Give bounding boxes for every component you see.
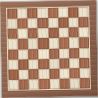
square-e7 [48, 17, 58, 27]
square-b6 [18, 28, 28, 38]
square-a2 [8, 69, 18, 79]
square-d1 [39, 78, 49, 88]
square-b2 [19, 69, 29, 79]
square-c2 [29, 68, 39, 78]
square-a4 [8, 49, 18, 59]
square-d5 [38, 38, 48, 48]
square-a6 [8, 28, 18, 38]
square-b8 [17, 8, 27, 18]
square-f3 [59, 58, 69, 68]
square-g8 [68, 7, 78, 17]
square-b1 [19, 79, 29, 89]
square-h6 [78, 27, 88, 37]
photo-background [0, 0, 98, 98]
square-f2 [59, 68, 69, 78]
square-g4 [69, 47, 79, 57]
square-c1 [29, 79, 39, 89]
square-c5 [28, 38, 38, 48]
square-c4 [28, 48, 38, 58]
square-d8 [38, 8, 48, 18]
square-e3 [49, 58, 59, 68]
square-f6 [58, 27, 68, 37]
square-d6 [38, 28, 48, 38]
square-e1 [49, 78, 59, 88]
square-c3 [28, 58, 38, 68]
square-f7 [58, 17, 68, 27]
square-a8 [7, 8, 17, 18]
square-b4 [18, 48, 28, 58]
chess-board [0, 0, 98, 97]
square-f1 [59, 78, 69, 88]
square-a1 [9, 79, 19, 89]
square-d3 [39, 58, 49, 68]
square-b3 [18, 59, 28, 69]
square-d2 [39, 68, 49, 78]
square-e2 [49, 68, 59, 78]
square-h3 [79, 57, 89, 67]
square-h5 [79, 37, 89, 47]
square-h7 [78, 17, 88, 27]
square-e6 [48, 28, 58, 38]
square-h2 [79, 67, 89, 77]
square-g6 [68, 27, 78, 37]
square-d7 [38, 18, 48, 28]
square-f8 [58, 7, 68, 17]
square-c7 [28, 18, 38, 28]
square-a7 [7, 18, 17, 28]
square-b5 [18, 38, 28, 48]
square-d4 [38, 48, 48, 58]
square-g1 [69, 78, 79, 88]
square-b7 [17, 18, 27, 28]
square-f4 [59, 48, 69, 58]
square-g5 [69, 37, 79, 47]
square-c6 [28, 28, 38, 38]
square-a5 [8, 39, 18, 49]
square-g7 [68, 17, 78, 27]
square-g3 [69, 57, 79, 67]
square-h8 [78, 7, 88, 17]
square-a3 [8, 59, 18, 69]
square-c8 [27, 8, 37, 18]
square-f5 [58, 37, 68, 47]
square-e8 [48, 7, 58, 17]
square-h4 [79, 47, 89, 57]
square-g2 [69, 68, 79, 78]
square-h1 [79, 78, 89, 88]
square-e4 [48, 48, 58, 58]
square-e5 [48, 38, 58, 48]
board-squares [6, 6, 91, 91]
